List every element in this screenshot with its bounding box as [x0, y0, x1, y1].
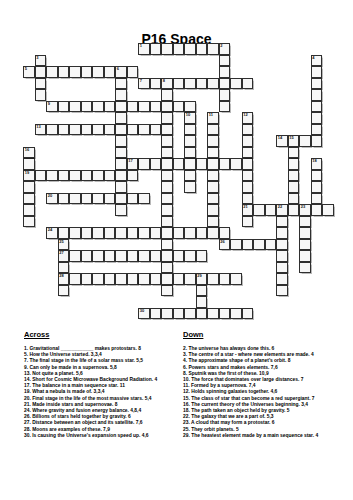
grid-cell[interactable]	[115, 89, 127, 101]
grid-cell[interactable]	[161, 112, 173, 124]
grid-cell[interactable]	[161, 124, 173, 136]
clue-number: 14	[278, 136, 282, 141]
down-clues-section: Down 2. The universe has always done thi…	[183, 330, 351, 439]
grid-cell[interactable]	[299, 227, 311, 239]
grid-cell[interactable]	[242, 135, 254, 147]
grid-cell[interactable]	[69, 66, 81, 78]
grid-cell[interactable]	[115, 135, 127, 147]
clue-number: 17	[128, 159, 132, 164]
clue-number: 6	[117, 67, 119, 72]
grid-cell[interactable]	[69, 170, 81, 182]
grid-cell[interactable]	[115, 158, 127, 170]
clue-list-number: 26.	[24, 414, 32, 419]
grid-cell[interactable]	[299, 135, 311, 147]
grid-cell[interactable]	[196, 78, 208, 90]
grid-cell[interactable]	[115, 170, 127, 182]
grid-cell[interactable]	[161, 101, 173, 113]
grid-cell[interactable]	[207, 158, 219, 170]
grid-cell[interactable]	[127, 193, 139, 205]
clue-number: 20	[48, 194, 52, 199]
grid-cell[interactable]	[58, 66, 70, 78]
grid-cell[interactable]	[46, 124, 58, 136]
clue-text: Can only be made in a supernova. 5,8	[29, 365, 116, 370]
grid-cell[interactable]: 12	[242, 112, 254, 124]
grid-cell[interactable]	[242, 170, 254, 182]
grid-cell[interactable]	[207, 193, 219, 205]
grid-cell[interactable]: 17	[127, 158, 139, 170]
grid-cell[interactable]	[311, 181, 323, 193]
grid-cell[interactable]	[104, 250, 116, 262]
grid-cell[interactable]	[115, 193, 127, 205]
grid-cell[interactable]	[138, 273, 150, 285]
grid-cell[interactable]: 8	[161, 78, 173, 90]
grid-cell[interactable]: 16	[23, 147, 35, 159]
crossword-grid: 1234181719202122232426252756292830789101…	[0, 0, 353, 340]
grid-cell[interactable]	[184, 227, 196, 239]
grid-cell[interactable]	[161, 308, 173, 320]
grid-cell[interactable]	[58, 227, 70, 239]
grid-cell[interactable]	[115, 181, 127, 193]
grid-cell[interactable]	[161, 273, 173, 285]
grid-cell[interactable]	[150, 308, 162, 320]
grid-cell[interactable]	[311, 135, 323, 147]
across-clue: 30. Is causing the Universe's expansion …	[24, 433, 180, 439]
grid-cell[interactable]	[276, 285, 288, 297]
grid-cell[interactable]	[299, 216, 311, 228]
grid-cell[interactable]	[127, 250, 139, 262]
clue-number: 29	[197, 274, 201, 279]
grid-cell[interactable]: 4	[311, 55, 323, 67]
grid-cell[interactable]	[299, 239, 311, 251]
grid-cell[interactable]	[207, 147, 219, 159]
grid-cell[interactable]	[92, 101, 104, 113]
grid-cell[interactable]	[150, 78, 162, 90]
down-clue-list: 2. The universe has always done this. 63…	[183, 346, 351, 439]
grid-cell[interactable]	[184, 43, 196, 55]
grid-cell[interactable]	[35, 89, 47, 101]
grid-cell[interactable]	[115, 124, 127, 136]
grid-cell[interactable]	[184, 158, 196, 170]
grid-cell[interactable]	[161, 135, 173, 147]
grid-cell[interactable]	[115, 78, 127, 90]
grid-cell[interactable]	[161, 89, 173, 101]
grid-cell[interactable]	[92, 250, 104, 262]
clue-list-number: 23.	[183, 420, 191, 425]
clue-text: The centre of a star - where new element…	[188, 352, 313, 357]
grid-cell[interactable]	[242, 181, 254, 193]
grid-cell[interactable]	[161, 147, 173, 159]
grid-cell[interactable]	[150, 158, 162, 170]
grid-cell[interactable]	[207, 308, 219, 320]
grid-cell[interactable]	[184, 101, 196, 113]
clue-text: The force that dominates over large dist…	[191, 377, 303, 382]
across-header: Across	[24, 330, 180, 339]
grid-cell[interactable]	[92, 124, 104, 136]
grid-cell[interactable]	[35, 78, 47, 90]
clue-number: 8	[163, 79, 165, 84]
grid-cell[interactable]	[104, 227, 116, 239]
grid-cell[interactable]	[46, 66, 58, 78]
grid-cell[interactable]	[207, 204, 219, 216]
clue-number: 22	[278, 205, 282, 210]
grid-cell[interactable]	[127, 170, 139, 182]
grid-cell[interactable]: 6	[115, 66, 127, 78]
grid-cell[interactable]	[196, 158, 208, 170]
grid-cell[interactable]	[23, 204, 35, 216]
grid-cell[interactable]	[311, 204, 323, 216]
grid-cell[interactable]	[81, 250, 93, 262]
grid-cell[interactable]	[219, 55, 231, 67]
grid-cell[interactable]	[138, 158, 150, 170]
grid-cell[interactable]	[150, 250, 162, 262]
grid-cell[interactable]	[219, 273, 231, 285]
grid-cell[interactable]	[311, 78, 323, 90]
clue-list-number: 24.	[24, 408, 32, 413]
grid-cell[interactable]	[242, 239, 254, 251]
grid-cell[interactable]	[219, 89, 231, 101]
grid-cell[interactable]	[311, 124, 323, 136]
grid-cell[interactable]: 19	[23, 170, 35, 182]
grid-cell[interactable]	[276, 250, 288, 262]
grid-cell[interactable]	[184, 250, 196, 262]
grid-cell[interactable]	[288, 193, 300, 205]
grid-cell[interactable]	[23, 193, 35, 205]
grid-cell[interactable]	[207, 170, 219, 182]
grid-cell[interactable]	[288, 170, 300, 182]
grid-cell[interactable]	[69, 250, 81, 262]
grid-cell[interactable]	[69, 193, 81, 205]
grid-cell[interactable]	[58, 193, 70, 205]
clue-list-number: 30.	[24, 433, 32, 438]
grid-cell[interactable]	[127, 66, 139, 78]
grid-cell[interactable]	[253, 239, 265, 251]
clue-list-number: 13.	[24, 371, 32, 376]
grid-cell[interactable]	[81, 273, 93, 285]
grid-cell[interactable]	[196, 285, 208, 297]
clue-text: Short for Cosmic Microwave Background Ra…	[32, 377, 157, 382]
grid-cell[interactable]	[92, 227, 104, 239]
grid-cell[interactable]: 20	[46, 193, 58, 205]
grid-cell[interactable]	[138, 227, 150, 239]
grid-cell[interactable]	[104, 170, 116, 182]
grid-cell[interactable]	[161, 158, 173, 170]
grid-cell[interactable]	[150, 124, 162, 136]
grid-cell[interactable]	[161, 227, 173, 239]
clue-list-number: 28.	[24, 427, 32, 432]
grid-cell[interactable]: 29	[196, 273, 208, 285]
grid-cell[interactable]	[311, 170, 323, 182]
clue-text: Where gravity and fusion energy balance.…	[32, 408, 141, 413]
grid-cell[interactable]: 3	[35, 55, 47, 67]
clue-number: 2	[220, 44, 222, 49]
grid-cell[interactable]	[81, 101, 93, 113]
clue-text: Moons are examples of these. 7,9	[32, 427, 110, 432]
grid-cell[interactable]	[184, 308, 196, 320]
grid-cell[interactable]	[58, 124, 70, 136]
grid-cell[interactable]	[150, 101, 162, 113]
grid-cell[interactable]: 15	[288, 135, 300, 147]
grid-cell[interactable]	[184, 135, 196, 147]
grid-cell[interactable]	[161, 193, 173, 205]
grid-cell[interactable]: 30	[138, 308, 150, 320]
grid-cell[interactable]: 18	[311, 158, 323, 170]
grid-cell[interactable]	[207, 216, 219, 228]
grid-cell[interactable]	[161, 262, 173, 274]
grid-cell[interactable]	[161, 250, 173, 262]
grid-cell[interactable]	[219, 158, 231, 170]
grid-cell[interactable]: 25	[58, 239, 70, 251]
clue-text: The galaxy that we are a part of. 5,3	[191, 414, 273, 419]
grid-cell[interactable]	[138, 250, 150, 262]
grid-cell[interactable]	[230, 78, 242, 90]
grid-cell[interactable]	[161, 239, 173, 251]
grid-cell[interactable]	[230, 239, 242, 251]
grid-cell[interactable]	[58, 170, 70, 182]
grid-cell[interactable]	[92, 193, 104, 205]
grid-cell[interactable]: 14	[276, 135, 288, 147]
grid-cell[interactable]	[58, 262, 70, 274]
grid-cell[interactable]	[104, 124, 116, 136]
grid-cell[interactable]	[150, 43, 162, 55]
grid-cell[interactable]	[276, 227, 288, 239]
clue-number: 9	[48, 102, 50, 107]
grid-cell[interactable]	[127, 227, 139, 239]
grid-cell[interactable]	[161, 204, 173, 216]
grid-cell[interactable]	[242, 308, 254, 320]
clue-list-number: 10.	[183, 377, 191, 382]
grid-cell[interactable]	[58, 101, 70, 113]
grid-cell[interactable]	[184, 147, 196, 159]
clue-text: Distance between an object and its satel…	[32, 420, 142, 425]
grid-cell[interactable]	[115, 204, 127, 216]
grid-cell[interactable]	[288, 204, 300, 216]
grid-cell[interactable]	[219, 101, 231, 113]
clue-list-number: 27.	[24, 420, 32, 425]
grid-cell[interactable]	[196, 43, 208, 55]
clue-text: The final stage in the life of a solar m…	[29, 358, 143, 363]
grid-cell[interactable]	[92, 273, 104, 285]
grid-cell[interactable]	[207, 135, 219, 147]
grid-cell[interactable]	[288, 147, 300, 159]
grid-cell[interactable]	[35, 66, 47, 78]
grid-cell[interactable]	[115, 227, 127, 239]
grid-cell[interactable]	[184, 273, 196, 285]
grid-cell[interactable]	[69, 273, 81, 285]
down-clue: 29. The heaviest element made by a main …	[183, 433, 351, 439]
clue-list-number: 15.	[183, 396, 191, 401]
grid-cell[interactable]	[242, 216, 254, 228]
grid-cell[interactable]	[115, 250, 127, 262]
clue-list-number: 18.	[183, 408, 191, 413]
clue-number: 1	[140, 44, 142, 49]
grid-cell[interactable]	[35, 170, 47, 182]
grid-cell[interactable]	[138, 193, 150, 205]
grid-cell[interactable]	[81, 170, 93, 182]
grid-cell[interactable]	[219, 78, 231, 90]
grid-cell[interactable]: 13	[35, 124, 47, 136]
grid-cell[interactable]	[311, 66, 323, 78]
grid-cell[interactable]: 5	[23, 66, 35, 78]
grid-cell[interactable]	[161, 285, 173, 297]
grid-cell[interactable]	[92, 66, 104, 78]
grid-cell[interactable]	[81, 66, 93, 78]
grid-cell[interactable]	[81, 227, 93, 239]
grid-cell[interactable]: 27	[58, 250, 70, 262]
grid-cell[interactable]	[196, 308, 208, 320]
grid-cell[interactable]	[230, 158, 242, 170]
grid-cell[interactable]	[276, 239, 288, 251]
grid-cell[interactable]	[69, 124, 81, 136]
clue-list-number: 16.	[183, 402, 191, 407]
clue-text: They orbit planets. 5	[191, 427, 239, 432]
grid-cell[interactable]	[69, 101, 81, 113]
grid-cell[interactable]	[69, 227, 81, 239]
grid-cell[interactable]	[253, 204, 265, 216]
clue-number: 3	[36, 56, 38, 61]
grid-cell[interactable]	[173, 101, 185, 113]
grid-cell[interactable]	[115, 147, 127, 159]
grid-cell[interactable]	[299, 250, 311, 262]
grid-cell[interactable]	[276, 262, 288, 274]
grid-cell[interactable]	[46, 170, 58, 182]
grid-cell[interactable]: 26	[219, 239, 231, 251]
clue-number: 30	[140, 309, 144, 314]
grid-cell[interactable]	[265, 239, 277, 251]
grid-cell[interactable]: 23	[299, 204, 311, 216]
clue-number: 7	[140, 79, 142, 84]
clue-list-number: 14.	[24, 377, 32, 382]
grid-cell[interactable]	[219, 227, 231, 239]
grid-cell[interactable]	[161, 181, 173, 193]
grid-cell[interactable]	[161, 216, 173, 228]
grid-cell[interactable]	[161, 43, 173, 55]
grid-cell[interactable]	[311, 89, 323, 101]
grid-cell[interactable]: 7	[138, 78, 150, 90]
grid-cell[interactable]	[219, 66, 231, 78]
clue-number: 21	[243, 205, 247, 210]
grid-cell[interactable]	[322, 204, 334, 216]
clue-list-number: 11.	[183, 383, 191, 388]
clue-number: 19	[25, 171, 29, 176]
grid-cell[interactable]	[138, 101, 150, 113]
grid-cell[interactable]	[104, 193, 116, 205]
grid-cell[interactable]	[173, 308, 185, 320]
grid-cell[interactable]	[104, 66, 116, 78]
grid-cell[interactable]	[115, 112, 127, 124]
grid-cell[interactable]	[127, 124, 139, 136]
grid-cell[interactable]	[196, 227, 208, 239]
clue-list-number: 17.	[24, 383, 32, 388]
grid-cell[interactable]	[207, 181, 219, 193]
grid-cell[interactable]	[184, 170, 196, 182]
grid-cell[interactable]	[242, 158, 254, 170]
grid-cell[interactable]	[81, 193, 93, 205]
grid-cell[interactable]	[23, 216, 35, 228]
grid-cell[interactable]	[207, 227, 219, 239]
grid-cell[interactable]	[276, 216, 288, 228]
grid-cell[interactable]: 21	[242, 204, 254, 216]
clue-list-number: 20.	[24, 396, 32, 401]
grid-cell[interactable]	[161, 170, 173, 182]
grid-cell[interactable]	[265, 204, 277, 216]
grid-cell[interactable]	[311, 101, 323, 113]
grid-cell[interactable]	[196, 296, 208, 308]
grid-cell[interactable]	[173, 158, 185, 170]
grid-cell[interactable]	[92, 170, 104, 182]
grid-cell[interactable]	[115, 273, 127, 285]
grid-cell[interactable]	[104, 273, 116, 285]
grid-cell[interactable]	[242, 147, 254, 159]
grid-cell[interactable]	[242, 193, 254, 205]
clue-text: Sputnik was the first of these. 10,9	[188, 371, 268, 376]
grid-cell[interactable]	[288, 181, 300, 193]
grid-cell[interactable]	[58, 285, 70, 297]
grid-cell[interactable]	[184, 181, 196, 193]
grid-cell[interactable]: 22	[276, 204, 288, 216]
clue-text: The balance in a main sequence star. 11	[32, 383, 125, 388]
down-header: Down	[183, 330, 351, 339]
clue-list-number: 29.	[183, 433, 191, 438]
grid-cell[interactable]	[173, 78, 185, 90]
grid-cell[interactable]	[150, 273, 162, 285]
grid-cell[interactable]: 24	[46, 227, 58, 239]
grid-cell[interactable]	[104, 101, 116, 113]
grid-cell[interactable]: 11	[207, 112, 219, 124]
grid-cell[interactable]	[23, 158, 35, 170]
grid-cell[interactable]: 2	[219, 43, 231, 55]
grid-cell[interactable]	[207, 273, 219, 285]
grid-cell[interactable]	[299, 262, 311, 274]
clue-number: 16	[25, 148, 29, 153]
grid-cell[interactable]	[276, 273, 288, 285]
grid-cell[interactable]	[173, 43, 185, 55]
grid-cell[interactable]	[81, 124, 93, 136]
grid-cell[interactable]	[173, 273, 185, 285]
grid-cell[interactable]	[173, 250, 185, 262]
grid-cell[interactable]	[207, 124, 219, 136]
grid-cell[interactable]	[207, 43, 219, 55]
grid-cell[interactable]: 10	[184, 112, 196, 124]
grid-cell[interactable]	[127, 101, 139, 113]
grid-cell[interactable]	[127, 273, 139, 285]
clue-text: What a nebula is made of. 3,3,4	[32, 389, 104, 394]
grid-cell[interactable]	[311, 112, 323, 124]
grid-cell[interactable]: 28	[58, 273, 70, 285]
clue-text: The path taken an object held by gravity…	[191, 408, 289, 413]
grid-cell[interactable]	[230, 308, 242, 320]
grid-cell[interactable]	[184, 78, 196, 90]
grid-cell[interactable]	[207, 78, 219, 90]
grid-cell[interactable]: 1	[138, 43, 150, 55]
grid-cell[interactable]	[138, 124, 150, 136]
grid-cell[interactable]	[242, 124, 254, 136]
grid-cell[interactable]	[230, 273, 242, 285]
grid-cell[interactable]: 9	[46, 101, 58, 113]
grid-cell[interactable]	[242, 78, 254, 90]
grid-cell[interactable]	[115, 101, 127, 113]
grid-cell[interactable]	[150, 227, 162, 239]
grid-cell[interactable]	[23, 181, 35, 193]
grid-cell[interactable]	[173, 227, 185, 239]
grid-cell[interactable]	[311, 193, 323, 205]
grid-cell[interactable]	[184, 124, 196, 136]
clue-number: 12	[243, 113, 247, 118]
grid-cell[interactable]	[196, 250, 208, 262]
clue-text: Final stage in the life of the most mass…	[32, 396, 151, 401]
grid-cell[interactable]	[288, 158, 300, 170]
grid-cell[interactable]	[219, 308, 231, 320]
clue-text: How the Universe started. 3,3,4	[29, 352, 101, 357]
